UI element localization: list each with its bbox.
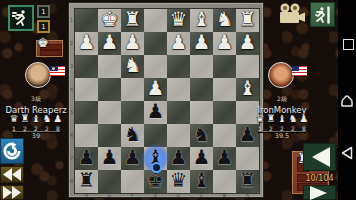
black-pawn: ♟ — [98, 145, 121, 170]
white-rook: ♜ — [236, 7, 259, 32]
square-g7[interactable]: ♟ — [98, 147, 121, 170]
square-c5[interactable] — [190, 101, 213, 124]
home-icon[interactable] — [340, 94, 354, 108]
square-g4[interactable] — [98, 78, 121, 101]
running-man-icon — [12, 9, 30, 27]
square-b1[interactable]: ♞ — [213, 9, 236, 32]
rank-label-5: 5 — [69, 109, 74, 115]
white-pawn: ♟ — [167, 30, 190, 55]
queen-count-icon: ♛ — [255, 113, 265, 124]
avatar-left-player[interactable] — [25, 62, 51, 88]
malaysia-flag — [50, 66, 65, 76]
leave-game-button[interactable] — [8, 5, 34, 31]
square-h6[interactable] — [75, 124, 98, 147]
square-h2[interactable]: ♟ — [75, 32, 98, 55]
square-e3[interactable] — [144, 55, 167, 78]
file-label-d: D — [167, 192, 190, 198]
square-b2[interactable]: ♟ — [213, 32, 236, 55]
rewind-to-start-button[interactable] — [0, 166, 24, 183]
knight-count-icon: ♞ — [42, 113, 52, 124]
rank-label-8: 8 — [69, 178, 74, 184]
knight-count-icon: ♞ — [288, 113, 298, 124]
square-c6[interactable]: ♞ — [190, 124, 213, 147]
square-d1[interactable]: ♛ — [167, 9, 190, 32]
white-pawn: ♟ — [190, 30, 213, 55]
rank-label-6: 6 — [69, 132, 74, 138]
square-e5[interactable]: ♟ — [144, 101, 167, 124]
square-a3[interactable] — [236, 55, 259, 78]
black-rook: ♜ — [236, 168, 259, 193]
rank-label-left: 3級 — [10, 95, 62, 104]
file-label-h: H — [75, 192, 98, 198]
square-a2[interactable]: ♟ — [236, 32, 259, 55]
avatar-right-player[interactable] — [268, 62, 294, 88]
white-rook: ♜ — [121, 7, 144, 32]
square-e4[interactable]: ♟ — [144, 78, 167, 101]
square-d3[interactable] — [167, 55, 190, 78]
square-e2[interactable] — [144, 32, 167, 55]
square-d7[interactable]: ♟ — [167, 147, 190, 170]
flip-board-icon — [3, 142, 21, 160]
running-man-door-icon — [314, 6, 332, 24]
file-label-c: C — [190, 192, 213, 198]
black-bishop: ♝ — [190, 168, 213, 193]
square-g2[interactable]: ♟ — [98, 32, 121, 55]
file-label-e: E — [144, 192, 167, 198]
remaining-pieces-left: ♛♜♝♞♟ — [8, 113, 64, 124]
square-c8[interactable]: ♝ — [190, 170, 213, 193]
white-queen: ♛ — [167, 7, 190, 32]
material-total-right: 39.5 — [258, 132, 306, 140]
square-d4[interactable] — [167, 78, 190, 101]
square-g8[interactable] — [98, 170, 121, 193]
score-badge-bottom: 1 — [37, 20, 50, 33]
square-b7[interactable]: ♟ — [213, 147, 236, 170]
recents-icon[interactable] — [343, 39, 354, 50]
white-knight: ♞ — [121, 53, 144, 78]
board-grid: ♚♜♛♝♞♜♟♟♟♟♟♟♟♞♟♝♟♞♞♟♟♟♟♝♟♟♟♜♚♛♝♜ — [74, 8, 260, 194]
rank-label-2: 2 — [69, 40, 74, 46]
black-pawn: ♟ — [75, 145, 98, 170]
square-e1[interactable] — [144, 9, 167, 32]
black-pawn: ♟ — [213, 145, 236, 170]
square-h3[interactable] — [75, 55, 98, 78]
square-g1[interactable]: ♚ — [98, 9, 121, 32]
white-pawn: ♟ — [213, 30, 236, 55]
next-move-button[interactable] — [303, 185, 336, 200]
bishop-count-icon: ♝ — [277, 113, 287, 124]
square-d8[interactable]: ♛ — [167, 170, 190, 193]
black-knight: ♞ — [190, 122, 213, 147]
rewind-icon — [3, 168, 21, 181]
square-g3[interactable] — [98, 55, 121, 78]
white-knight: ♞ — [213, 7, 236, 32]
white-bishop: ♝ — [190, 7, 213, 32]
record-video-button[interactable] — [278, 3, 306, 25]
white-pawn: ♟ — [236, 30, 259, 55]
square-c1[interactable]: ♝ — [190, 9, 213, 32]
remaining-pieces-right: ♛♜♝♞♟ — [254, 113, 310, 124]
square-h7[interactable]: ♟ — [75, 147, 98, 170]
square-f1[interactable]: ♜ — [121, 9, 144, 32]
black-rook: ♜ — [75, 168, 98, 193]
exit-door-button[interactable] — [310, 2, 335, 27]
black-queen: ♛ — [167, 168, 190, 193]
square-b6[interactable] — [213, 124, 236, 147]
square-c2[interactable]: ♟ — [190, 32, 213, 55]
file-label-a: A — [236, 192, 259, 198]
file-label-b: B — [213, 192, 236, 198]
white-pawn: ♟ — [144, 76, 167, 101]
square-h4[interactable] — [75, 78, 98, 101]
square-a1[interactable]: ♜ — [236, 9, 259, 32]
square-d6[interactable] — [167, 124, 190, 147]
rank-label-3: 3 — [69, 63, 74, 69]
square-d5[interactable] — [167, 101, 190, 124]
move-counter: 10/104 — [299, 174, 340, 183]
fast-forward-icon — [3, 186, 21, 199]
pawn-count-icon: ♟ — [53, 113, 63, 124]
square-e8[interactable]: ♚ — [144, 170, 167, 193]
black-pawn: ♟ — [190, 145, 213, 170]
last-move-badge — [151, 162, 162, 173]
flip-board-button[interactable] — [0, 138, 24, 164]
square-c7[interactable]: ♟ — [190, 147, 213, 170]
previous-move-icon — [310, 147, 330, 167]
score-badge-top: 1 — [37, 5, 50, 18]
square-f3[interactable]: ♞ — [121, 55, 144, 78]
white-king: ♚ — [98, 7, 121, 32]
square-h5[interactable] — [75, 101, 98, 124]
rank-label-1: 1 — [69, 17, 74, 23]
square-f8[interactable] — [121, 170, 144, 193]
chess-board: ♚♜♛♝♞♜♟♟♟♟♟♟♟♞♟♝♟♞♞♟♟♟♟♝♟♟♟♜♚♛♝♜ HGFEDCB… — [68, 2, 264, 198]
square-f2[interactable]: ♟ — [121, 32, 144, 55]
square-g5[interactable] — [98, 101, 121, 124]
rook-count-icon: ♜ — [20, 113, 30, 124]
rook-count-icon: ♜ — [266, 113, 276, 124]
next-move-icon — [310, 186, 330, 200]
square-h8[interactable]: ♜ — [75, 170, 98, 193]
square-b8[interactable] — [213, 170, 236, 193]
square-d2[interactable]: ♟ — [167, 32, 190, 55]
black-pawn: ♟ — [167, 145, 190, 170]
rank-label-7: 7 — [69, 155, 74, 161]
square-f5[interactable] — [121, 101, 144, 124]
app-screen: ♚♜♛♝♞♜♟♟♟♟♟♟♟♞♟♝♟♞♞♟♟♟♟♝♟♟♟♜♚♛♝♜ HGFEDCB… — [0, 0, 356, 200]
file-label-g: G — [98, 192, 121, 198]
usa-flag — [292, 66, 307, 76]
square-b5[interactable] — [213, 101, 236, 124]
square-a8[interactable]: ♜ — [236, 170, 259, 193]
square-f4[interactable] — [121, 78, 144, 101]
rank-label-right: 2級 — [256, 95, 308, 104]
file-label-f: F — [121, 192, 144, 198]
square-a7[interactable] — [236, 147, 259, 170]
white-pawn: ♟ — [75, 30, 98, 55]
pawn-count-icon: ♟ — [299, 113, 309, 124]
black-pawn: ♟ — [144, 99, 167, 124]
square-c4[interactable] — [190, 78, 213, 101]
square-b3[interactable] — [213, 55, 236, 78]
square-e7[interactable]: ♝ — [144, 147, 167, 170]
white-pawn: ♟ — [121, 30, 144, 55]
square-g6[interactable] — [98, 124, 121, 147]
previous-move-button[interactable] — [303, 143, 336, 171]
back-icon[interactable] — [341, 146, 353, 160]
tray-white-king: ♚ — [37, 35, 49, 50]
square-h1[interactable] — [75, 9, 98, 32]
fast-forward-button[interactable] — [0, 185, 24, 200]
square-b4[interactable] — [213, 78, 236, 101]
square-c3[interactable] — [190, 55, 213, 78]
white-pawn: ♟ — [98, 30, 121, 55]
bishop-count-icon: ♝ — [31, 113, 41, 124]
queen-count-icon: ♛ — [9, 113, 19, 124]
rank-label-4: 4 — [69, 86, 74, 92]
video-camera-icon — [278, 3, 306, 25]
